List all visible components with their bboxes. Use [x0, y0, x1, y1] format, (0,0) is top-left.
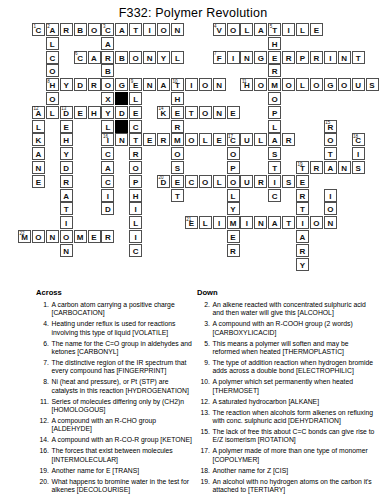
grid-cell: I	[143, 23, 156, 36]
grid-cell: E	[227, 230, 240, 243]
grid-cell: C	[129, 244, 142, 257]
cell-letter: A	[102, 163, 113, 174]
grid-cell: A	[157, 78, 170, 91]
grid-cell: C	[46, 51, 59, 64]
grid-cell: N	[324, 216, 337, 229]
cell-letter: E	[89, 232, 100, 243]
grid-cell: I	[282, 23, 295, 36]
cell-letter: C	[353, 135, 364, 146]
clue-item: 18.Another name for Z [CIS]	[197, 467, 375, 475]
grid-cell: Y	[60, 78, 73, 91]
cell-letter: T	[269, 163, 280, 174]
grid-cell: L	[129, 216, 142, 229]
grid-cell: E	[268, 51, 281, 64]
cell-letter: R	[172, 122, 183, 133]
cell-letter: Y	[297, 260, 308, 271]
clue-item: 13.The reaction when alcohols form alken…	[197, 409, 375, 425]
clue-item-text: Heating under reflux is used for reactio…	[52, 320, 193, 336]
grid-cell: U	[352, 78, 365, 91]
grid-cell: L	[101, 120, 114, 133]
grid-cell: H	[129, 189, 142, 202]
crossword-grid: 1C2ARBO3CATION4VOLA5TILELAHC6CARBONYL7FI…	[0, 0, 386, 280]
cell-letter: L	[200, 135, 211, 146]
clue-item-number: 2.	[197, 301, 213, 317]
cell-letter: N	[255, 218, 266, 229]
grid-cell: B	[74, 23, 87, 36]
grid-cell: R	[310, 51, 323, 64]
cell-letter: C	[47, 53, 58, 64]
grid-cell: C	[185, 175, 198, 188]
grid-cell: H	[171, 92, 184, 105]
cell-letter: C	[102, 177, 113, 188]
clue-item: 6.The name for the C=O group in aldehyde…	[36, 340, 192, 356]
grid-cell: A	[254, 23, 267, 36]
clue-item-number: 14.	[36, 436, 52, 444]
grid-cell: O	[129, 161, 142, 174]
grid-cell: N	[143, 51, 156, 64]
grid-cell: L	[199, 133, 212, 146]
cell-letter: A	[47, 25, 58, 36]
grid-cell: O	[227, 175, 240, 188]
grid-cell: 2A	[46, 23, 59, 36]
grid-cell: A	[268, 216, 281, 229]
cell-letter: L	[241, 25, 252, 36]
cell-letter: H	[47, 80, 58, 91]
grid-cell: N	[115, 133, 128, 146]
grid-cell: N	[213, 78, 226, 91]
clue-item: 1.A carbon atom carrying a positive char…	[36, 301, 192, 317]
grid-cell: O	[129, 51, 142, 64]
grid-cell: E	[227, 106, 240, 119]
grid-cell: O	[227, 23, 240, 36]
grid-cell: A	[296, 230, 309, 243]
clue-item: 20.What happens to bromine water in the …	[36, 478, 192, 494]
grid-cell: R	[227, 244, 240, 257]
grid-cell: C	[101, 147, 114, 160]
cell-letter: Y	[61, 80, 72, 91]
grid-cell: A	[101, 161, 114, 174]
clue-item-number: 19.	[36, 467, 52, 475]
grid-cell: N	[32, 161, 45, 174]
grid-cell: G	[115, 78, 128, 91]
clue-item-text: Series of molecules differing only by (C…	[52, 398, 193, 414]
cell-letter: I	[269, 177, 280, 188]
grid-cell: R	[60, 175, 73, 188]
cell-letter: Y	[102, 108, 113, 119]
grid-cell: N	[338, 51, 351, 64]
cell-letter: M	[19, 232, 30, 243]
grid-cell: O	[199, 175, 212, 188]
grid-cell: O	[324, 133, 337, 146]
cell-letter: L	[200, 218, 211, 229]
clue-item: 19.An alcohol with no hydrogen atoms on …	[197, 478, 375, 494]
cell-letter: C	[186, 177, 197, 188]
clue-item: 15.The lack of free this about C=C bonds…	[197, 428, 375, 444]
clue-item-number: 13.	[197, 409, 213, 425]
grid-cell: E	[129, 106, 142, 119]
cell-letter: V	[214, 25, 225, 36]
cell-letter: O	[158, 25, 169, 36]
grid-cell: A	[268, 133, 281, 146]
grid-cell: N	[46, 230, 59, 243]
grid-cell: E	[74, 106, 87, 119]
clue-item-number: 3.	[197, 320, 213, 336]
grid-cell: 7F	[213, 51, 226, 64]
cell-letter: Y	[61, 149, 72, 160]
cell-letter: O	[61, 232, 72, 243]
clue-item-text: An alkene reacted with concentrated sulp…	[213, 301, 376, 317]
grid-cell: R	[101, 51, 114, 64]
grid-cell: 1C	[32, 23, 45, 36]
cell-letter: R	[297, 246, 308, 257]
clue-item-number: 12.	[197, 398, 213, 406]
cell-letter: I	[241, 218, 252, 229]
grid-cell: R	[88, 78, 101, 91]
grid-cell: U	[240, 175, 253, 188]
grid-cell: C	[129, 120, 142, 133]
cell-letter: E	[144, 135, 155, 146]
cell-letter: R	[269, 66, 280, 77]
cell-letter: D	[116, 108, 127, 119]
cell-letter: N	[61, 246, 72, 257]
grid-cell: L	[296, 23, 309, 36]
grid-cell: 6C	[74, 51, 87, 64]
grid-cell: I	[324, 51, 337, 64]
grid-cell: R	[171, 120, 184, 133]
cell-letter: E	[297, 177, 308, 188]
cell-letter: I	[130, 204, 141, 215]
clue-item: 3.A compound with an R-COOH group (2 wor…	[197, 320, 375, 336]
grid-cell: O	[101, 78, 114, 91]
grid-cell: L	[296, 78, 309, 91]
cell-letter: O	[172, 149, 183, 160]
cell-letter: O	[228, 25, 239, 36]
cell-letter: D	[61, 108, 72, 119]
grid-cell: 11H	[240, 78, 253, 91]
clue-item: 19.Another name for E [TRANS]	[36, 467, 192, 475]
grid-cell: L	[268, 120, 281, 133]
grid-cell: N	[240, 51, 253, 64]
cell-letter: S	[172, 163, 183, 174]
cell-letter: R	[311, 53, 322, 64]
grid-cell: M	[171, 133, 184, 146]
grid-cell: I	[60, 216, 73, 229]
grid-cell: L	[32, 120, 45, 133]
across-clue-list: 1.A carbon atom carrying a positive char…	[36, 301, 192, 494]
black-cell	[115, 92, 128, 105]
grid-cell: I	[227, 51, 240, 64]
cell-letter: N	[116, 135, 127, 146]
cell-letter: O	[89, 25, 100, 36]
clue-item: 4.Heating under reflux is used for react…	[36, 320, 192, 336]
grid-cell: R	[310, 161, 323, 174]
cell-letter: N	[47, 232, 58, 243]
grid-cell: I	[268, 175, 281, 188]
grid-cell: T	[282, 216, 295, 229]
grid-cell: L	[129, 92, 142, 105]
grid-cell: N	[254, 216, 267, 229]
grid-cell: N	[60, 244, 73, 257]
crossword-page: F332: Polymer Revolution 1C2ARBO3CATION4…	[0, 0, 386, 500]
clue-item-number: 20.	[36, 478, 52, 494]
cell-letter: L	[33, 122, 44, 133]
grid-cell: 10T	[171, 78, 184, 91]
grid-cell: O	[46, 92, 59, 105]
grid-cell: D	[101, 202, 114, 215]
grid-cell: Y	[101, 106, 114, 119]
cell-letter: R	[158, 135, 169, 146]
grid-cell: O	[338, 78, 351, 91]
cell-letter: D	[61, 163, 72, 174]
grid-cell: E	[32, 175, 45, 188]
clue-item-text: The forces that exist between molecules …	[52, 447, 193, 463]
grid-cell: I	[101, 189, 114, 202]
clue-item-text: A saturated hydrocarbon [ALKANE]	[213, 398, 376, 406]
cell-letter: R	[311, 163, 322, 174]
cell-letter: N	[339, 53, 350, 64]
grid-cell: 12A	[32, 106, 45, 119]
cell-letter: U	[353, 80, 364, 91]
cell-letter: N	[339, 163, 350, 174]
grid-cell: H	[268, 37, 281, 50]
cell-letter: E	[228, 108, 239, 119]
grid-cell: R	[268, 64, 281, 77]
clue-item: 8.Ni (heat and pressure), or Pt (STP) ar…	[36, 378, 192, 394]
cell-letter: U	[241, 177, 252, 188]
clue-item-text: A carbon atom carrying a positive charge…	[52, 301, 193, 317]
grid-cell: O	[60, 230, 73, 243]
cell-letter: R	[283, 53, 294, 64]
cell-letter: T	[353, 53, 364, 64]
cell-letter: A	[33, 108, 44, 119]
grid-cell: T	[60, 202, 73, 215]
grid-cell: P	[268, 106, 281, 119]
grid-cell: S	[352, 161, 365, 174]
cell-letter: K	[158, 108, 169, 119]
cell-letter: S	[283, 177, 294, 188]
grid-cell: P	[227, 161, 240, 174]
clue-item-text: The lack of free this about C=C bonds ca…	[213, 428, 376, 444]
grid-cell: 5T	[268, 23, 281, 36]
cell-letter: T	[297, 204, 308, 215]
grid-cell: S	[366, 78, 379, 91]
cell-letter: K	[33, 135, 44, 146]
grid-cell: 14K	[157, 106, 170, 119]
cell-letter: A	[89, 53, 100, 64]
grid-cell: O	[310, 78, 323, 91]
cell-letter: A	[255, 25, 266, 36]
grid-cell: O	[254, 78, 267, 91]
clue-item-text: A compound with an R-CO-R group [KETONE]	[52, 436, 193, 444]
grid-cell: N	[143, 78, 156, 91]
cell-letter: I	[144, 25, 155, 36]
black-cell	[115, 120, 128, 133]
cell-letter: T	[130, 25, 141, 36]
cell-letter: L	[228, 191, 239, 202]
cell-letter: R	[325, 122, 336, 133]
grid-cell: U	[240, 133, 253, 146]
cell-letter: O	[47, 94, 58, 105]
cell-letter: O	[339, 80, 350, 91]
grid-cell: 18C	[352, 133, 365, 146]
clue-item-number: 19.	[197, 478, 213, 494]
cell-letter: O	[200, 80, 211, 91]
clue-item: 10.A polymer which set permanently when …	[197, 378, 375, 394]
cell-letter: B	[102, 66, 113, 77]
cell-letter: G	[116, 80, 127, 91]
cell-letter: A	[116, 25, 127, 36]
clue-item: 11.Series of molecules differing only by…	[36, 398, 192, 414]
cell-letter: A	[102, 39, 113, 50]
clue-item-text: The name for the C=O group in aldehydes …	[52, 340, 193, 356]
grid-cell: S	[268, 147, 281, 160]
clue-item-number: 16.	[36, 447, 52, 463]
cell-letter: P	[130, 177, 141, 188]
grid-cell: I	[185, 78, 198, 91]
cell-letter: C	[228, 135, 239, 146]
clue-item-text: Another name for E [TRANS]	[52, 467, 193, 475]
cell-letter: H	[172, 94, 183, 105]
grid-cell: I	[296, 216, 309, 229]
grid-cell: M	[74, 230, 87, 243]
cell-letter: L	[297, 25, 308, 36]
cell-letter: C	[102, 149, 113, 160]
grid-cell: R	[282, 133, 295, 146]
clue-item-number: 11.	[36, 398, 52, 414]
cell-letter: T	[130, 135, 141, 146]
cell-letter: O	[325, 204, 336, 215]
grid-cell: 15R	[324, 120, 337, 133]
cell-letter: H	[130, 191, 141, 202]
cell-letter: H	[89, 108, 100, 119]
cell-letter: E	[172, 108, 183, 119]
grid-cell: E	[143, 133, 156, 146]
cell-letter: L	[130, 218, 141, 229]
cell-letter: I	[283, 25, 294, 36]
clue-item-text: The type of addition reaction when hydro…	[213, 359, 376, 375]
cell-letter: I	[61, 218, 72, 229]
grid-cell: S	[282, 175, 295, 188]
cell-letter: O	[325, 135, 336, 146]
grid-cell: O	[227, 147, 240, 160]
clue-item: 2.An alkene reacted with concentrated su…	[197, 301, 375, 317]
clue-item: 17.A polymer made of more than one type …	[197, 447, 375, 463]
grid-cell: 21E	[185, 216, 198, 229]
grid-cell: S	[171, 161, 184, 174]
cell-letter: T	[269, 25, 280, 36]
grid-cell: L	[171, 51, 184, 64]
cell-letter: B	[116, 53, 127, 64]
grid-cell: T	[296, 202, 309, 215]
cell-letter: A	[269, 135, 280, 146]
grid-cell: M	[227, 216, 240, 229]
grid-cell: R	[254, 175, 267, 188]
cell-letter: O	[255, 80, 266, 91]
cell-letter: C	[269, 191, 280, 202]
grid-cell: L	[199, 216, 212, 229]
cell-letter: R	[61, 25, 72, 36]
cell-letter: O	[228, 149, 239, 160]
clue-item-number: 9.	[197, 359, 213, 375]
cell-letter: E	[75, 108, 86, 119]
clue-item-text: Ni (heat and pressure), or Pt (STP) are …	[52, 378, 193, 394]
grid-cell: O	[171, 147, 184, 160]
cell-letter: C	[102, 25, 113, 36]
across-header: Across	[36, 288, 192, 297]
cell-letter: Y	[228, 204, 239, 215]
cell-letter: A	[269, 218, 280, 229]
grid-cell: R	[101, 230, 114, 243]
cell-letter: R	[283, 135, 294, 146]
cell-letter: O	[47, 66, 58, 77]
cell-letter: C	[130, 122, 141, 133]
grid-cell: 8H	[46, 78, 59, 91]
grid-cell: T	[185, 106, 198, 119]
grid-cell: R	[60, 23, 73, 36]
clue-item-text: An alcohol with no hydrogen atoms on the…	[213, 478, 376, 494]
clue-item-number: 8.	[36, 378, 52, 394]
cell-letter: O	[311, 80, 322, 91]
clue-item-number: 15.	[197, 428, 213, 444]
cell-letter: T	[283, 218, 294, 229]
cell-letter: I	[214, 218, 225, 229]
clue-item-number: 17.	[197, 447, 213, 463]
grid-cell: O	[268, 92, 281, 105]
grid-cell: H	[60, 133, 73, 146]
grid-cell: 19T	[296, 161, 309, 174]
grid-cell: D	[60, 161, 73, 174]
cell-letter: I	[325, 191, 336, 202]
cell-letter: E	[311, 25, 322, 36]
cell-letter: R	[89, 80, 100, 91]
clue-item-number: 4.	[36, 320, 52, 336]
cell-letter: E	[61, 122, 72, 133]
cell-letter: H	[61, 135, 72, 146]
grid-cell: I	[129, 230, 142, 243]
cell-letter: N	[241, 53, 252, 64]
cell-letter: O	[200, 108, 211, 119]
cell-letter: T	[186, 108, 197, 119]
cell-letter: E	[172, 177, 183, 188]
cell-letter: L	[102, 122, 113, 133]
cell-letter: I	[297, 218, 308, 229]
cell-letter: R	[130, 149, 141, 160]
grid-cell: E	[88, 230, 101, 243]
grid-cell: E	[171, 106, 184, 119]
cell-letter: L	[130, 94, 141, 105]
grid-cell: N	[213, 106, 226, 119]
cell-letter: N	[144, 53, 155, 64]
cell-letter: O	[130, 163, 141, 174]
clue-item-text: A compound with an R-COOH group (2 words…	[213, 320, 376, 336]
clue-item-text: A polymer made of more than one type of …	[213, 447, 376, 463]
grid-cell: I	[324, 189, 337, 202]
clue-item-number: 18.	[197, 467, 213, 475]
grid-cell: I	[240, 216, 253, 229]
grid-cell: Y	[157, 51, 170, 64]
grid-cell: 22M	[18, 230, 31, 243]
cell-letter: C	[33, 25, 44, 36]
grid-cell: 3C	[101, 23, 114, 36]
cell-letter: R	[102, 53, 113, 64]
clue-item: 16.The forces that exist between molecul…	[36, 447, 192, 463]
cell-letter: I	[102, 191, 113, 202]
grid-cell: E	[213, 133, 226, 146]
grid-cell: M	[268, 78, 281, 91]
cell-letter: R	[228, 246, 239, 257]
grid-cell: D	[74, 78, 87, 91]
down-clue-list: 2.An alkene reacted with concentrated su…	[197, 301, 375, 494]
